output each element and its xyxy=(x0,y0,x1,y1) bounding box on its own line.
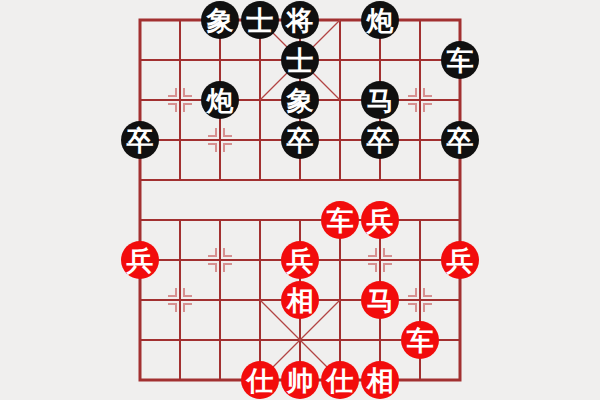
xiangqi-board[interactable]: 象士将炮士车炮象马卒卒卒卒车兵兵兵兵相马车仕帅仕相 xyxy=(0,0,600,400)
piece-red-soldier[interactable]: 兵 xyxy=(281,241,319,279)
piece-black-elephant[interactable]: 象 xyxy=(281,81,319,119)
piece-black-horse[interactable]: 马 xyxy=(361,81,399,119)
piece-black-soldier[interactable]: 卒 xyxy=(281,121,319,159)
piece-black-soldier[interactable]: 卒 xyxy=(441,121,479,159)
piece-black-elephant[interactable]: 象 xyxy=(201,1,239,39)
piece-red-general[interactable]: 帅 xyxy=(281,361,319,399)
piece-red-chariot[interactable]: 车 xyxy=(321,201,359,239)
piece-red-advisor[interactable]: 仕 xyxy=(321,361,359,399)
piece-black-advisor[interactable]: 士 xyxy=(281,41,319,79)
piece-black-advisor[interactable]: 士 xyxy=(241,1,279,39)
piece-red-elephant[interactable]: 相 xyxy=(281,281,319,319)
piece-red-soldier[interactable]: 兵 xyxy=(121,241,159,279)
piece-red-advisor[interactable]: 仕 xyxy=(241,361,279,399)
piece-red-elephant[interactable]: 相 xyxy=(361,361,399,399)
app-background: 象士将炮士车炮象马卒卒卒卒车兵兵兵兵相马车仕帅仕相 xyxy=(0,0,600,400)
board-points-layer: 象士将炮士车炮象马卒卒卒卒车兵兵兵兵相马车仕帅仕相 xyxy=(120,0,480,400)
piece-black-general[interactable]: 将 xyxy=(281,1,319,39)
piece-black-cannon[interactable]: 炮 xyxy=(201,81,239,119)
piece-red-chariot[interactable]: 车 xyxy=(401,321,439,359)
piece-red-soldier[interactable]: 兵 xyxy=(441,241,479,279)
piece-black-soldier[interactable]: 卒 xyxy=(121,121,159,159)
piece-black-cannon[interactable]: 炮 xyxy=(361,1,399,39)
piece-black-soldier[interactable]: 卒 xyxy=(361,121,399,159)
piece-red-horse[interactable]: 马 xyxy=(361,281,399,319)
piece-red-soldier[interactable]: 兵 xyxy=(361,201,399,239)
piece-black-chariot[interactable]: 车 xyxy=(441,41,479,79)
